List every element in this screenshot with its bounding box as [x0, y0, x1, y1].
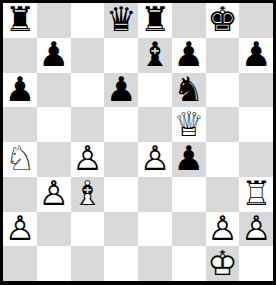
black-pawn-piece: ♟: [3, 73, 37, 108]
piece-glyph: ♟: [173, 141, 203, 175]
piece-outline-layer: ♙: [72, 141, 102, 175]
black-knight-piece: ♞: [172, 73, 206, 108]
square-b2[interactable]: [37, 212, 71, 247]
square-d2[interactable]: [104, 212, 138, 247]
square-g5[interactable]: [206, 107, 240, 142]
square-h5[interactable]: [239, 107, 273, 142]
piece-outline-layer: ♗: [72, 176, 102, 210]
square-e6[interactable]: [138, 73, 172, 108]
white-pawn-piece: ♟♙: [206, 212, 240, 247]
square-b6[interactable]: [37, 73, 71, 108]
piece-outline-layer: ♔: [207, 246, 237, 280]
square-c6[interactable]: [71, 73, 105, 108]
piece-outline-layer: ♘: [5, 141, 35, 175]
square-g1[interactable]: ♚♔: [206, 246, 240, 281]
black-pawn-piece: ♟: [239, 38, 273, 73]
square-e3[interactable]: [138, 177, 172, 212]
square-e5[interactable]: [138, 107, 172, 142]
piece-outline-layer: ♕: [173, 107, 203, 141]
square-a4[interactable]: ♞♘: [3, 142, 37, 177]
square-f5[interactable]: ♛♕: [172, 107, 206, 142]
white-pawn-piece: ♟♙: [239, 212, 273, 247]
square-g4[interactable]: [206, 142, 240, 177]
piece-outline-layer: ♙: [140, 141, 170, 175]
square-b5[interactable]: [37, 107, 71, 142]
square-f6[interactable]: ♞: [172, 73, 206, 108]
piece-outline-layer: ♙: [207, 211, 237, 245]
square-a5[interactable]: [3, 107, 37, 142]
white-pawn-piece: ♟♙: [37, 177, 71, 212]
square-d8[interactable]: ♛: [104, 3, 138, 38]
square-b4[interactable]: [37, 142, 71, 177]
square-d4[interactable]: [104, 142, 138, 177]
square-c2[interactable]: [71, 212, 105, 247]
square-c3[interactable]: ♝♗: [71, 177, 105, 212]
piece-glyph: ♝: [140, 37, 170, 71]
piece-outline-layer: ♙: [38, 176, 68, 210]
black-queen-piece: ♛: [104, 3, 138, 38]
black-rook-piece: ♜: [138, 3, 172, 38]
black-pawn-piece: ♟: [172, 38, 206, 73]
square-a2[interactable]: ♟♙: [3, 212, 37, 247]
square-d3[interactable]: [104, 177, 138, 212]
piece-glyph: ♞: [173, 72, 203, 106]
square-e2[interactable]: [138, 212, 172, 247]
chess-board: ♜♛♜♚♟♝♟♟♟♟♞♛♕♞♘♟♙♟♙♟♟♙♝♗♜♖♟♙♟♙♟♙♚♔: [0, 0, 276, 285]
square-g6[interactable]: [206, 73, 240, 108]
square-h6[interactable]: [239, 73, 273, 108]
square-g2[interactable]: ♟♙: [206, 212, 240, 247]
square-c4[interactable]: ♟♙: [71, 142, 105, 177]
square-a6[interactable]: ♟: [3, 73, 37, 108]
square-b1[interactable]: [37, 246, 71, 281]
square-c1[interactable]: [71, 246, 105, 281]
square-b7[interactable]: ♟: [37, 38, 71, 73]
square-h8[interactable]: [239, 3, 273, 38]
piece-glyph: ♟: [5, 72, 35, 106]
piece-glyph: ♜: [5, 2, 35, 36]
piece-outline-layer: ♙: [241, 211, 271, 245]
square-f1[interactable]: [172, 246, 206, 281]
square-c5[interactable]: [71, 107, 105, 142]
black-bishop-piece: ♝: [138, 38, 172, 73]
square-h7[interactable]: ♟: [239, 38, 273, 73]
square-a3[interactable]: [3, 177, 37, 212]
square-d7[interactable]: [104, 38, 138, 73]
piece-outline-layer: ♙: [5, 211, 35, 245]
piece-glyph: ♚: [207, 2, 237, 36]
white-queen-piece: ♛♕: [172, 107, 206, 142]
square-a8[interactable]: ♜: [3, 3, 37, 38]
piece-glyph: ♜: [140, 2, 170, 36]
black-pawn-piece: ♟: [104, 73, 138, 108]
piece-glyph: ♟: [241, 37, 271, 71]
square-g8[interactable]: ♚: [206, 3, 240, 38]
white-pawn-piece: ♟♙: [71, 142, 105, 177]
square-h2[interactable]: ♟♙: [239, 212, 273, 247]
white-knight-piece: ♞♘: [3, 142, 37, 177]
square-f3[interactable]: [172, 177, 206, 212]
white-pawn-piece: ♟♙: [138, 142, 172, 177]
square-d1[interactable]: [104, 246, 138, 281]
square-f4[interactable]: ♟: [172, 142, 206, 177]
black-pawn-piece: ♟: [172, 142, 206, 177]
piece-outline-layer: ♖: [241, 176, 271, 210]
square-e4[interactable]: ♟♙: [138, 142, 172, 177]
square-h4[interactable]: [239, 142, 273, 177]
square-h3[interactable]: ♜♖: [239, 177, 273, 212]
square-f7[interactable]: ♟: [172, 38, 206, 73]
square-b3[interactable]: ♟♙: [37, 177, 71, 212]
square-c7[interactable]: [71, 38, 105, 73]
square-d6[interactable]: ♟: [104, 73, 138, 108]
square-e1[interactable]: [138, 246, 172, 281]
white-rook-piece: ♜♖: [239, 177, 273, 212]
square-h1[interactable]: [239, 246, 273, 281]
square-e7[interactable]: ♝: [138, 38, 172, 73]
black-rook-piece: ♜: [3, 3, 37, 38]
board-grid: ♜♛♜♚♟♝♟♟♟♟♞♛♕♞♘♟♙♟♙♟♟♙♝♗♜♖♟♙♟♙♟♙♚♔: [3, 3, 273, 281]
piece-glyph: ♟: [106, 72, 136, 106]
square-f8[interactable]: [172, 3, 206, 38]
black-king-piece: ♚: [206, 3, 240, 38]
square-d5[interactable]: [104, 107, 138, 142]
white-pawn-piece: ♟♙: [3, 212, 37, 247]
white-bishop-piece: ♝♗: [71, 177, 105, 212]
square-f2[interactable]: [172, 212, 206, 247]
square-c8[interactable]: [71, 3, 105, 38]
square-g7[interactable]: [206, 38, 240, 73]
square-a7[interactable]: [3, 38, 37, 73]
square-g3[interactable]: [206, 177, 240, 212]
white-king-piece: ♚♔: [206, 246, 240, 281]
square-e8[interactable]: ♜: [138, 3, 172, 38]
piece-glyph: ♟: [38, 37, 68, 71]
piece-glyph: ♟: [173, 37, 203, 71]
black-pawn-piece: ♟: [37, 38, 71, 73]
square-b8[interactable]: [37, 3, 71, 38]
square-a1[interactable]: [3, 246, 37, 281]
piece-glyph: ♛: [106, 2, 136, 36]
